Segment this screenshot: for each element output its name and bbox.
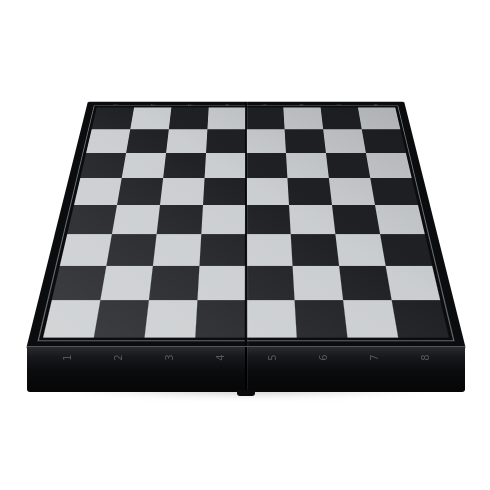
back-edge-label-5: 5 bbox=[261, 104, 267, 106]
square-g8 bbox=[386, 266, 441, 300]
square-b7 bbox=[323, 129, 366, 152]
square-b8 bbox=[362, 129, 406, 152]
square-f5 bbox=[246, 234, 293, 266]
square-c5 bbox=[246, 153, 287, 178]
square-g3 bbox=[149, 266, 200, 300]
square-h2 bbox=[94, 300, 149, 337]
square-g1 bbox=[52, 266, 107, 300]
square-a2 bbox=[130, 107, 171, 129]
rank-label-8: 8 bbox=[420, 354, 431, 360]
square-d1 bbox=[74, 178, 122, 205]
hinge-tab bbox=[237, 390, 255, 396]
square-e6 bbox=[289, 205, 335, 234]
square-h1 bbox=[43, 300, 100, 337]
rank-label-1: 1 bbox=[61, 354, 72, 360]
square-a7 bbox=[321, 107, 362, 129]
square-h8 bbox=[392, 300, 449, 337]
back-edge-label-7: 7 bbox=[335, 104, 341, 106]
square-c8 bbox=[366, 153, 412, 178]
square-c7 bbox=[326, 153, 370, 178]
square-c4 bbox=[205, 153, 246, 178]
rank-label-7: 7 bbox=[369, 354, 380, 360]
square-c3 bbox=[163, 153, 206, 178]
square-b5 bbox=[246, 129, 286, 152]
square-d5 bbox=[246, 178, 289, 205]
square-a4 bbox=[207, 107, 246, 129]
square-b6 bbox=[285, 129, 326, 152]
fold-seam bbox=[245, 102, 247, 349]
back-edge-label-3: 3 bbox=[187, 104, 193, 106]
back-edge-label-6: 6 bbox=[298, 104, 304, 106]
square-g2 bbox=[100, 266, 153, 300]
square-f7 bbox=[335, 234, 385, 266]
front-edge-seam bbox=[245, 347, 247, 392]
back-edge-label-4: 4 bbox=[224, 104, 230, 106]
square-e1 bbox=[67, 205, 117, 234]
square-e2 bbox=[112, 205, 160, 234]
square-b1 bbox=[86, 129, 130, 152]
back-edge-label-1: 1 bbox=[113, 104, 119, 106]
rank-label-6: 6 bbox=[317, 354, 328, 360]
square-a5 bbox=[246, 107, 285, 129]
square-f6 bbox=[291, 234, 339, 266]
square-g5 bbox=[246, 266, 295, 300]
square-c1 bbox=[80, 153, 126, 178]
rank-label-2: 2 bbox=[112, 354, 123, 360]
square-e3 bbox=[157, 205, 203, 234]
board-front-edge: 12345678 bbox=[27, 346, 465, 392]
square-g7 bbox=[339, 266, 392, 300]
square-f8 bbox=[380, 234, 432, 266]
square-e5 bbox=[246, 205, 291, 234]
square-e7 bbox=[332, 205, 380, 234]
square-a1 bbox=[92, 107, 134, 129]
square-d8 bbox=[370, 178, 418, 205]
square-c2 bbox=[122, 153, 166, 178]
square-f3 bbox=[153, 234, 201, 266]
square-b2 bbox=[126, 129, 169, 152]
square-h7 bbox=[343, 300, 398, 337]
chess-set-photo: 12345678 12345678 ♜♞♝♛♚♝♞♜♟♟♟♟♟♟♟♟♟♟♟♟♟♟… bbox=[0, 0, 490, 490]
square-d7 bbox=[329, 178, 375, 205]
square-d4 bbox=[203, 178, 246, 205]
square-h4 bbox=[195, 300, 246, 337]
square-g4 bbox=[197, 266, 246, 300]
back-edge-label-2: 2 bbox=[150, 104, 156, 106]
rank-label-5: 5 bbox=[266, 354, 277, 360]
square-f4 bbox=[199, 234, 246, 266]
square-d2 bbox=[117, 178, 163, 205]
chess-board: 12345678 bbox=[26, 102, 466, 349]
square-a8 bbox=[358, 107, 400, 129]
square-h5 bbox=[246, 300, 297, 337]
square-f1 bbox=[60, 234, 112, 266]
square-f2 bbox=[106, 234, 156, 266]
square-d6 bbox=[287, 178, 332, 205]
square-e4 bbox=[201, 205, 246, 234]
square-b3 bbox=[166, 129, 207, 152]
square-h3 bbox=[145, 300, 198, 337]
square-b4 bbox=[206, 129, 246, 152]
square-h6 bbox=[295, 300, 348, 337]
rank-label-4: 4 bbox=[215, 354, 226, 360]
square-c6 bbox=[286, 153, 329, 178]
square-e8 bbox=[375, 205, 425, 234]
back-edge-labels: 12345678 bbox=[97, 102, 395, 107]
square-a6 bbox=[283, 107, 323, 129]
square-d3 bbox=[160, 178, 205, 205]
back-edge-label-8: 8 bbox=[372, 104, 378, 106]
square-a3 bbox=[169, 107, 209, 129]
square-g6 bbox=[293, 266, 344, 300]
rank-label-3: 3 bbox=[164, 354, 175, 360]
